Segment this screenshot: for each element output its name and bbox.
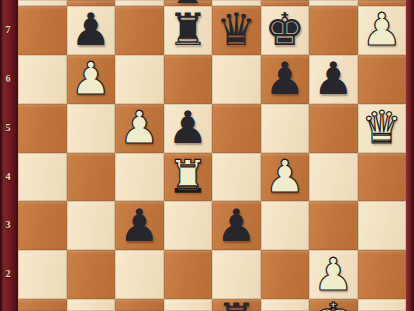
square-e2[interactable]: [212, 250, 261, 299]
square-d2[interactable]: [164, 250, 213, 299]
square-h6[interactable]: [358, 55, 407, 104]
square-b4[interactable]: [67, 153, 116, 202]
rank-label-4: 4: [0, 171, 16, 183]
square-h7[interactable]: ♟: [358, 6, 407, 55]
square-b2[interactable]: [67, 250, 116, 299]
square-c5[interactable]: ♟: [115, 104, 164, 153]
square-c1[interactable]: [115, 299, 164, 311]
chess-board: ♝♟♜♛♚♟♟♟♟♟♟♛♜♟♟♟♟♜♚: [18, 0, 406, 311]
square-e4[interactable]: [212, 153, 261, 202]
square-c4[interactable]: [115, 153, 164, 202]
square-e6[interactable]: [212, 55, 261, 104]
white-pawn: ♟: [265, 154, 305, 199]
square-e7[interactable]: ♛: [212, 6, 261, 55]
square-h3[interactable]: [358, 201, 407, 250]
white-pawn: ♟: [71, 56, 111, 101]
square-f4[interactable]: ♟: [261, 153, 310, 202]
square-g1[interactable]: ♚: [309, 299, 358, 311]
board-frame-right: [406, 0, 414, 311]
white-rook: ♜: [168, 154, 208, 199]
square-d3[interactable]: [164, 201, 213, 250]
black-pawn: ♟: [216, 202, 256, 247]
black-rook-partial: ♜: [216, 299, 256, 311]
square-d1[interactable]: [164, 299, 213, 311]
black-pawn: ♟: [313, 56, 353, 101]
rank-label-7: 7: [0, 24, 16, 36]
black-pawn: ♟: [119, 202, 159, 247]
white-pawn: ♟: [362, 7, 402, 52]
square-b5[interactable]: [67, 104, 116, 153]
square-c2[interactable]: [115, 250, 164, 299]
square-d5[interactable]: ♟: [164, 104, 213, 153]
square-b1[interactable]: [67, 299, 116, 311]
white-queen: ♛: [362, 105, 402, 150]
square-g4[interactable]: [309, 153, 358, 202]
square-f3[interactable]: [261, 201, 310, 250]
black-pawn: ♟: [265, 56, 305, 101]
square-e5[interactable]: [212, 104, 261, 153]
square-f5[interactable]: [261, 104, 310, 153]
square-g3[interactable]: [309, 201, 358, 250]
square-a2[interactable]: [18, 250, 67, 299]
square-d6[interactable]: [164, 55, 213, 104]
white-pawn: ♟: [313, 251, 353, 296]
square-f2[interactable]: [261, 250, 310, 299]
square-b7[interactable]: ♟: [67, 6, 116, 55]
square-h1[interactable]: [358, 299, 407, 311]
square-a3[interactable]: [18, 201, 67, 250]
square-a6[interactable]: [18, 55, 67, 104]
white-pawn: ♟: [119, 105, 159, 150]
black-queen: ♛: [216, 7, 256, 52]
square-c6[interactable]: [115, 55, 164, 104]
square-d4[interactable]: ♜: [164, 153, 213, 202]
square-e1[interactable]: ♜: [212, 299, 261, 311]
white-king-partial: ♚: [313, 299, 353, 311]
square-f6[interactable]: ♟: [261, 55, 310, 104]
board-frame-left: 7 6 5 4 3 2: [0, 0, 18, 311]
black-pawn: ♟: [168, 105, 208, 150]
square-h2[interactable]: [358, 250, 407, 299]
square-a5[interactable]: [18, 104, 67, 153]
rank-label-6: 6: [0, 73, 16, 85]
square-g2[interactable]: ♟: [309, 250, 358, 299]
rank-label-3: 3: [0, 219, 16, 231]
square-a1[interactable]: [18, 299, 67, 311]
rank-label-5: 5: [0, 122, 16, 134]
square-f1[interactable]: [261, 299, 310, 311]
rank-label-2: 2: [0, 268, 16, 280]
square-f7[interactable]: ♚: [261, 6, 310, 55]
square-e3[interactable]: ♟: [212, 201, 261, 250]
square-g6[interactable]: ♟: [309, 55, 358, 104]
square-g5[interactable]: [309, 104, 358, 153]
square-b3[interactable]: [67, 201, 116, 250]
square-h4[interactable]: [358, 153, 407, 202]
square-a4[interactable]: [18, 153, 67, 202]
square-h5[interactable]: ♛: [358, 104, 407, 153]
square-b6[interactable]: ♟: [67, 55, 116, 104]
square-c3[interactable]: ♟: [115, 201, 164, 250]
square-g7[interactable]: [309, 6, 358, 55]
black-king: ♚: [265, 7, 305, 52]
chess-diagram: 7 6 5 4 3 2 ♝♟♜♛♚♟♟♟♟♟♟♛♜♟♟♟♟♜♚: [0, 0, 414, 311]
square-d7[interactable]: ♜: [164, 6, 213, 55]
square-a7[interactable]: [18, 6, 67, 55]
black-rook: ♜: [168, 7, 208, 52]
square-c7[interactable]: [115, 6, 164, 55]
black-pawn: ♟: [71, 7, 111, 52]
